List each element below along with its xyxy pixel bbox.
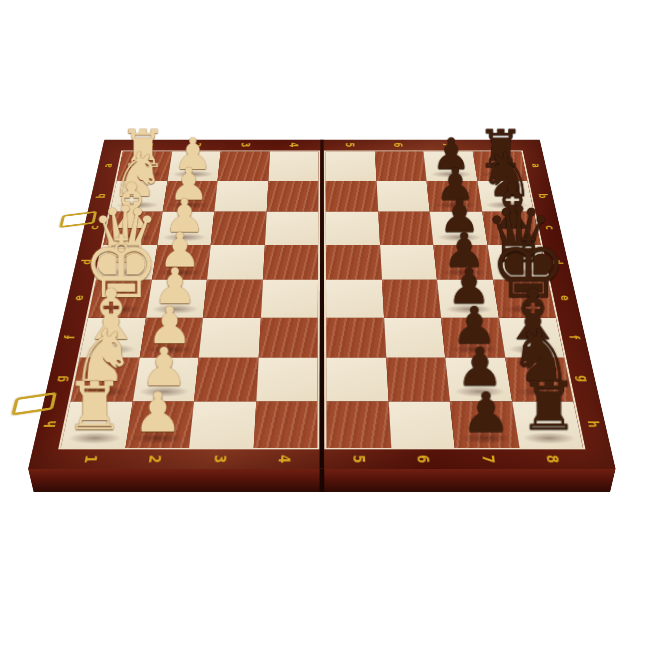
box-front-wall (28, 469, 615, 492)
near-rank-label-8: 8 (543, 455, 563, 464)
far-rank-label-6: 6 (391, 142, 405, 147)
near-rank-label-2: 2 (146, 455, 166, 464)
far-rank-label-5: 5 (343, 142, 357, 147)
near-rank-label-6: 6 (414, 455, 433, 464)
fold-seam (320, 140, 325, 469)
near-rank-label-5: 5 (350, 455, 369, 464)
far-rank-label-4: 4 (287, 142, 301, 147)
piece-white-pawn[interactable]: ♟ (118, 384, 198, 439)
near-rank-label-3: 3 (210, 455, 229, 464)
near-rank-label-7: 7 (479, 455, 499, 464)
piece-black-rook[interactable]: ♜ (509, 373, 589, 440)
front-wall-seam (320, 469, 325, 492)
product-photo-scene: 1234567812345678abcdefghabcdefgh ♜♞♝♛♚♝♞… (0, 0, 645, 645)
far-rank-label-3: 3 (238, 142, 252, 147)
near-rank-label-4: 4 (275, 455, 294, 464)
folding-chess-board: 1234567812345678abcdefghabcdefgh ♜♞♝♛♚♝♞… (28, 140, 615, 469)
near-rank-label-1: 1 (81, 455, 101, 464)
